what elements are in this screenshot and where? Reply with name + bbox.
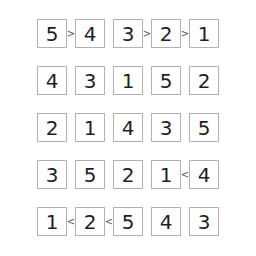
cell-value: 2 bbox=[198, 71, 211, 91]
cell-r3c1[interactable]: 2 bbox=[37, 113, 67, 142]
cell-value: 5 bbox=[46, 24, 59, 44]
cell-r2c1[interactable]: 4 bbox=[37, 66, 67, 95]
cell-r4c2[interactable]: 5 bbox=[75, 160, 105, 189]
cell-r5c2[interactable]: 2 bbox=[75, 207, 105, 236]
cell-r2c2[interactable]: 3 bbox=[75, 66, 105, 95]
cell-value: 5 bbox=[198, 118, 211, 138]
cell-value: 3 bbox=[84, 71, 97, 91]
cell-value: 4 bbox=[84, 24, 97, 44]
cell-r1c5[interactable]: 1 bbox=[189, 19, 219, 48]
cell-value: 2 bbox=[84, 212, 97, 232]
cell-value: 4 bbox=[46, 71, 59, 91]
cell-value: 1 bbox=[46, 212, 59, 232]
inequality-greater-than-icon: > bbox=[181, 19, 189, 48]
cell-r4c1[interactable]: 3 bbox=[37, 160, 67, 189]
cell-r3c5[interactable]: 5 bbox=[189, 113, 219, 142]
cell-r2c3[interactable]: 1 bbox=[113, 66, 143, 95]
cell-value: 1 bbox=[84, 118, 97, 138]
cell-r5c3[interactable]: 5 bbox=[113, 207, 143, 236]
cell-r4c4[interactable]: 1 bbox=[151, 160, 181, 189]
inequality-less-than-icon: < bbox=[67, 207, 75, 236]
cell-r4c5[interactable]: 4 bbox=[189, 160, 219, 189]
cell-value: 3 bbox=[46, 165, 59, 185]
inequality-less-than-icon: < bbox=[105, 207, 113, 236]
cell-value: 3 bbox=[160, 118, 173, 138]
cell-r5c4[interactable]: 4 bbox=[151, 207, 181, 236]
cell-r1c4[interactable]: 2 bbox=[151, 19, 181, 48]
cell-value: 3 bbox=[122, 24, 135, 44]
cell-r1c2[interactable]: 4 bbox=[75, 19, 105, 48]
inequality-less-than-icon: < bbox=[181, 160, 189, 189]
cell-value: 4 bbox=[198, 165, 211, 185]
cell-r3c4[interactable]: 3 bbox=[151, 113, 181, 142]
cell-r2c5[interactable]: 2 bbox=[189, 66, 219, 95]
cell-value: 5 bbox=[84, 165, 97, 185]
cell-r5c5[interactable]: 3 bbox=[189, 207, 219, 236]
cell-value: 1 bbox=[198, 24, 211, 44]
inequality-greater-than-icon: > bbox=[143, 19, 151, 48]
cell-r1c1[interactable]: 5 bbox=[37, 19, 67, 48]
cell-value: 5 bbox=[122, 212, 135, 232]
cell-r5c1[interactable]: 1 bbox=[37, 207, 67, 236]
cell-r3c2[interactable]: 1 bbox=[75, 113, 105, 142]
cell-r1c3[interactable]: 3 bbox=[113, 19, 143, 48]
cell-value: 1 bbox=[122, 71, 135, 91]
cell-value: 3 bbox=[198, 212, 211, 232]
cell-r4c3[interactable]: 2 bbox=[113, 160, 143, 189]
cell-r2c4[interactable]: 5 bbox=[151, 66, 181, 95]
inequality-greater-than-icon: > bbox=[67, 19, 75, 48]
futoshiki-board: 5432143152214353521412543>>><<< bbox=[0, 0, 256, 256]
cell-value: 2 bbox=[46, 118, 59, 138]
cell-value: 2 bbox=[122, 165, 135, 185]
cell-r3c3[interactable]: 4 bbox=[113, 113, 143, 142]
cell-value: 4 bbox=[160, 212, 173, 232]
cell-value: 4 bbox=[122, 118, 135, 138]
cell-value: 1 bbox=[160, 165, 173, 185]
puzzle-grid: 5432143152214353521412543>>><<< bbox=[37, 19, 219, 236]
cell-value: 2 bbox=[160, 24, 173, 44]
cell-value: 5 bbox=[160, 71, 173, 91]
